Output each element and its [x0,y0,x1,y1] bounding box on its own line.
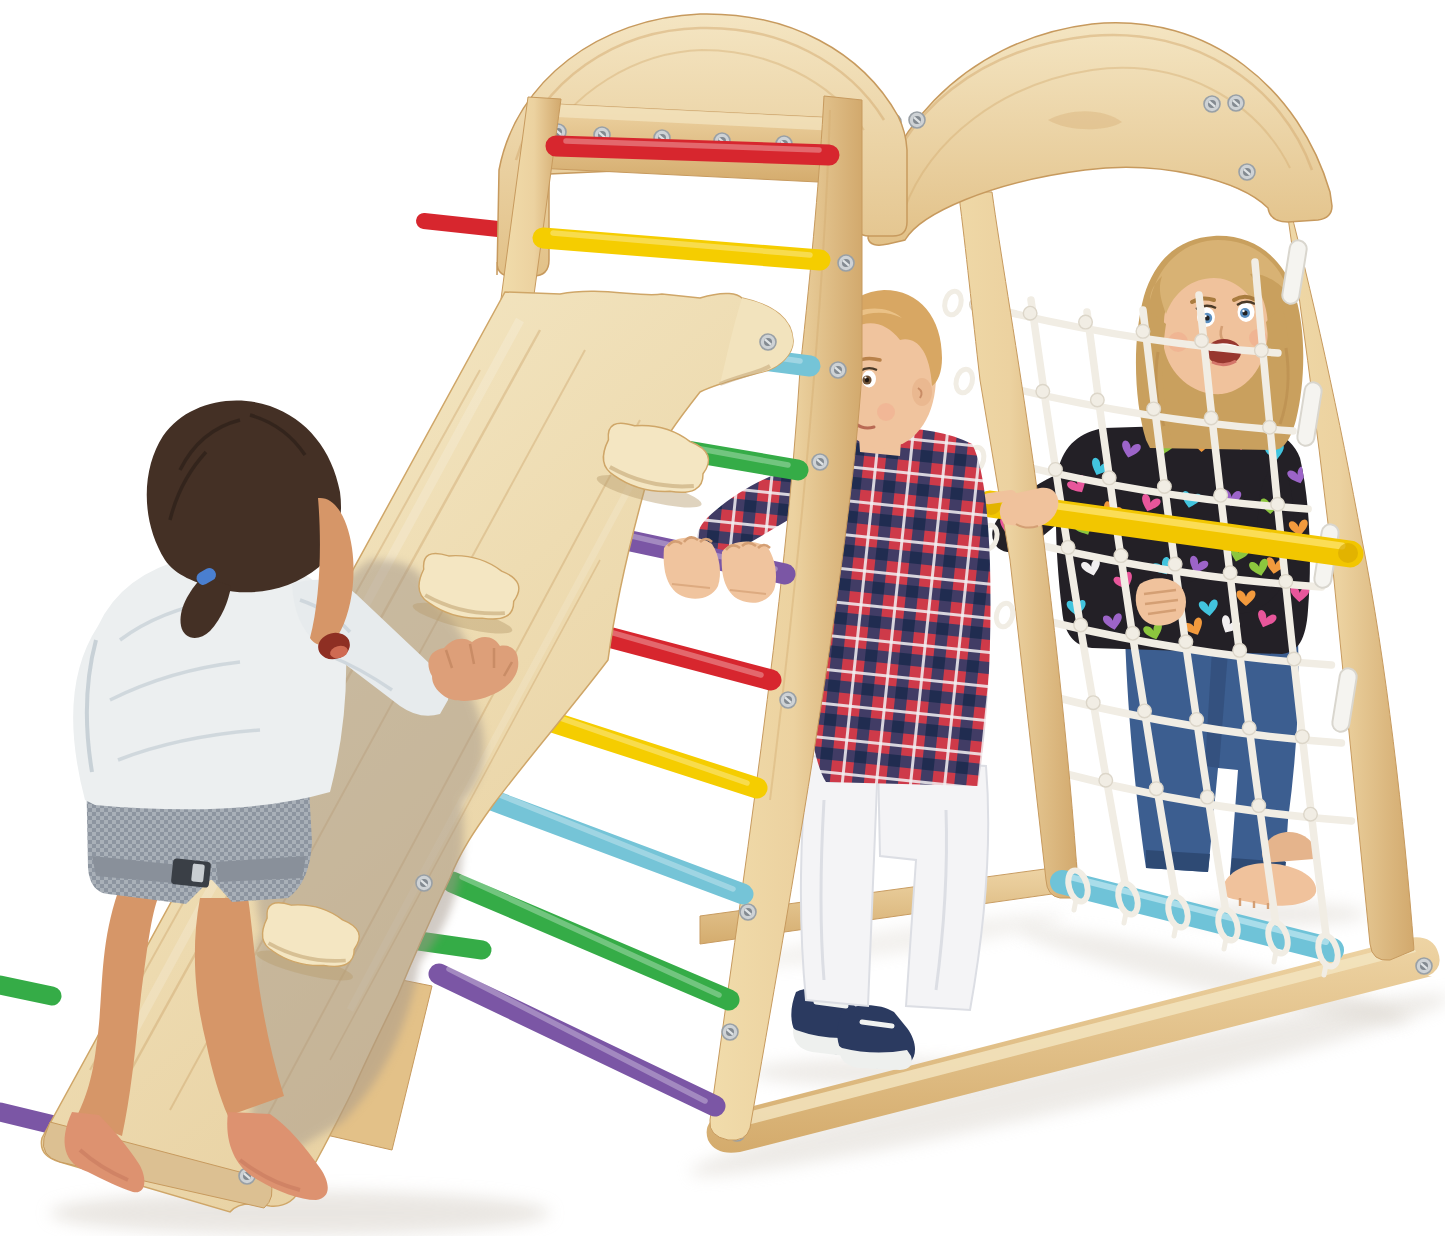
net-knot [1114,549,1128,563]
net-knot [1252,799,1266,813]
net-knot [1233,644,1247,658]
net-knot [1287,652,1301,666]
net-knot [1190,713,1204,727]
net-knot [1271,497,1285,511]
net-knot [1295,730,1309,744]
net-knot [1074,618,1088,632]
net-rail-loop [942,289,963,316]
net-knot [1086,696,1100,710]
net-knot [1204,411,1218,425]
ladder-rung [452,877,729,1000]
net-knot [1147,402,1161,416]
ladder-rung [465,785,743,894]
net-knot [1091,393,1105,407]
net-knot [1279,575,1293,589]
net-knot [1304,807,1318,821]
net-knot [1061,541,1075,555]
net-knot [1195,334,1209,348]
net-knot [1179,635,1193,649]
net-knot [1049,463,1063,477]
net-knot [1126,626,1140,640]
ladder-rung [439,969,715,1106]
net-knot [1136,325,1150,339]
net-knot [1102,471,1116,485]
net-knot [1023,306,1037,320]
product-photo [0,0,1445,1236]
net-knot [1099,773,1113,787]
arch-panel-right [868,23,1332,245]
ladder-rung [543,233,820,260]
net-knot [1242,721,1256,735]
boy-pants [801,756,988,1010]
climbing-gym-scene [0,0,1445,1236]
net-rail-loop [954,367,975,394]
net-knot [1223,566,1237,580]
net-knot [1149,782,1163,796]
net-knot [1201,790,1215,804]
net-knot [1255,344,1269,358]
net-knot [1158,480,1172,494]
net-knot [1263,420,1277,434]
net-knot [1138,704,1152,718]
back-red-rung-stub [424,221,498,229]
net-knot [1168,557,1182,571]
net-knot [1214,488,1228,502]
back-ladder-rung-stub [0,985,52,996]
net-knot [1079,315,1093,329]
net-knot [1036,385,1050,399]
net-rail-loop [994,601,1015,628]
